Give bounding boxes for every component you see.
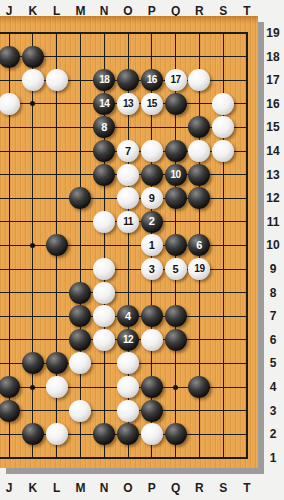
white-stone-N8[interactable] (93, 282, 115, 304)
go-diagram: JKLMNOPQRST 1816171413158710911216351941… (0, 0, 284, 500)
grid-line-col-M (80, 33, 81, 459)
row-label-3: 3 (262, 404, 284, 418)
white-stone-Q17-move-17[interactable]: 17 (165, 69, 187, 91)
move-number: 10 (171, 170, 181, 180)
grid-line-row-1 (0, 457, 248, 459)
white-stone-R9-move-19[interactable]: 19 (188, 258, 210, 280)
white-stone-K17[interactable] (22, 69, 44, 91)
black-stone-Q14[interactable] (165, 140, 187, 162)
col-label-S-bottom: S (213, 481, 233, 495)
black-stone-Q6[interactable] (165, 329, 187, 351)
white-stone-P9-move-3[interactable]: 3 (141, 258, 163, 280)
black-stone-N14[interactable] (93, 140, 115, 162)
white-stone-Q9-move-5[interactable]: 5 (165, 258, 187, 280)
white-stone-O11-move-11[interactable]: 11 (117, 211, 139, 233)
black-stone-N13[interactable] (93, 164, 115, 186)
row-label-15: 15 (262, 120, 284, 134)
white-stone-J16[interactable] (0, 93, 20, 115)
grid-line-row-10 (0, 245, 248, 246)
col-label-L-bottom: L (47, 481, 67, 495)
white-stone-P2[interactable] (141, 423, 163, 445)
black-stone-N16-move-14[interactable]: 14 (93, 93, 115, 115)
black-stone-P7[interactable] (141, 305, 163, 327)
grid-line-row-9 (0, 269, 248, 270)
row-label-14: 14 (262, 144, 284, 158)
black-stone-K5[interactable] (22, 352, 44, 374)
white-stone-P14[interactable] (141, 140, 163, 162)
move-number: 3 (149, 264, 155, 275)
move-number: 2 (149, 216, 155, 227)
star-point-K16 (30, 101, 35, 106)
white-stone-O16-move-13[interactable]: 13 (117, 93, 139, 115)
row-label-16: 16 (262, 97, 284, 111)
white-stone-L17[interactable] (46, 69, 68, 91)
white-stone-L2[interactable] (46, 423, 68, 445)
black-stone-K2[interactable] (22, 423, 44, 445)
white-stone-R17[interactable] (188, 69, 210, 91)
move-number: 17 (171, 75, 181, 85)
black-stone-Q13-move-10[interactable]: 10 (165, 164, 187, 186)
white-stone-S14[interactable] (212, 140, 234, 162)
black-stone-R10-move-6[interactable]: 6 (188, 234, 210, 256)
row-label-7: 7 (262, 309, 284, 323)
white-stone-P12-move-9[interactable]: 9 (141, 187, 163, 209)
row-label-11: 11 (262, 215, 284, 229)
move-number: 15 (147, 99, 157, 109)
black-stone-L10[interactable] (46, 234, 68, 256)
black-stone-N2[interactable] (93, 423, 115, 445)
white-stone-S16[interactable] (212, 93, 234, 115)
go-board[interactable]: 18161714131587109112163519412 (0, 16, 258, 468)
col-label-P-bottom: P (142, 481, 162, 495)
black-stone-J3[interactable] (0, 400, 20, 422)
move-number: 19 (194, 264, 204, 274)
move-number: 12 (123, 335, 133, 345)
black-stone-P11-move-2[interactable]: 2 (141, 211, 163, 233)
row-label-5: 5 (262, 356, 284, 370)
white-stone-O12[interactable] (117, 187, 139, 209)
move-number: 6 (196, 240, 202, 251)
white-stone-P10-move-1[interactable]: 1 (141, 234, 163, 256)
col-label-N-bottom: N (94, 481, 114, 495)
move-number: 16 (147, 75, 157, 85)
black-stone-R15[interactable] (188, 116, 210, 138)
black-stone-M6[interactable] (69, 329, 91, 351)
white-stone-S15[interactable] (212, 116, 234, 138)
black-stone-M8[interactable] (69, 282, 91, 304)
black-stone-N17-move-18[interactable]: 18 (93, 69, 115, 91)
black-stone-O17[interactable] (117, 69, 139, 91)
row-label-13: 13 (262, 168, 284, 182)
black-stone-Q2[interactable] (165, 423, 187, 445)
col-label-R-bottom: R (189, 481, 209, 495)
black-stone-Q16[interactable] (165, 93, 187, 115)
black-stone-P13[interactable] (141, 164, 163, 186)
black-stone-K18[interactable] (22, 46, 44, 68)
white-stone-O3[interactable] (117, 400, 139, 422)
black-stone-R13[interactable] (188, 164, 210, 186)
white-stone-N11[interactable] (93, 211, 115, 233)
grid-line-row-8 (0, 292, 248, 293)
row-label-12: 12 (262, 191, 284, 205)
move-number: 11 (123, 217, 133, 227)
white-stone-L4[interactable] (46, 376, 68, 398)
white-stone-N9[interactable] (93, 258, 115, 280)
move-number: 1 (149, 240, 155, 251)
col-label-Q-bottom: Q (166, 481, 186, 495)
row-label-6: 6 (262, 333, 284, 347)
row-label-1: 1 (262, 451, 284, 465)
grid-line-row-15 (0, 127, 248, 128)
col-label-J-bottom: J (0, 481, 19, 495)
white-stone-M5[interactable] (69, 352, 91, 374)
black-stone-P4[interactable] (141, 376, 163, 398)
black-stone-Q10[interactable] (165, 234, 187, 256)
black-stone-L5[interactable] (46, 352, 68, 374)
move-number: 8 (101, 122, 107, 133)
white-stone-P16-move-15[interactable]: 15 (141, 93, 163, 115)
row-label-19: 19 (262, 26, 284, 40)
black-stone-O7-move-4[interactable]: 4 (117, 305, 139, 327)
black-stone-M7[interactable] (69, 305, 91, 327)
black-stone-J18[interactable] (0, 46, 20, 68)
star-point-K4 (30, 385, 35, 390)
star-point-K10 (30, 243, 35, 248)
white-stone-R14[interactable] (188, 140, 210, 162)
black-stone-R4[interactable] (188, 376, 210, 398)
star-point-Q4 (173, 385, 178, 390)
black-stone-Q7[interactable] (165, 305, 187, 327)
black-stone-O6-move-12[interactable]: 12 (117, 329, 139, 351)
move-number: 14 (99, 99, 109, 109)
white-stone-P6[interactable] (141, 329, 163, 351)
white-stone-O5[interactable] (117, 352, 139, 374)
grid-line-col-T (246, 33, 248, 459)
white-stone-O14-move-7[interactable]: 7 (117, 140, 139, 162)
move-number: 9 (149, 193, 155, 204)
white-stone-N7[interactable] (93, 305, 115, 327)
row-label-17: 17 (262, 73, 284, 87)
black-stone-O2[interactable] (117, 423, 139, 445)
white-stone-O4[interactable] (117, 376, 139, 398)
black-stone-R12[interactable] (188, 187, 210, 209)
row-label-2: 2 (262, 427, 284, 441)
row-label-10: 10 (262, 238, 284, 252)
black-stone-J4[interactable] (0, 376, 20, 398)
move-number: 5 (173, 264, 179, 275)
move-number: 7 (125, 146, 131, 157)
row-label-8: 8 (262, 286, 284, 300)
move-number: 13 (123, 99, 133, 109)
white-stone-N6[interactable] (93, 329, 115, 351)
white-stone-M3[interactable] (69, 400, 91, 422)
black-stone-P3[interactable] (141, 400, 163, 422)
move-number: 4 (125, 311, 131, 322)
row-label-9: 9 (262, 262, 284, 276)
grid-line-row-19 (0, 32, 248, 34)
move-number: 18 (99, 75, 109, 85)
black-stone-P17-move-16[interactable]: 16 (141, 69, 163, 91)
black-stone-N15-move-8[interactable]: 8 (93, 116, 115, 138)
col-label-T-bottom: T (237, 481, 257, 495)
white-stone-O13[interactable] (117, 164, 139, 186)
col-label-M-bottom: M (70, 481, 90, 495)
black-stone-M12[interactable] (69, 187, 91, 209)
col-label-K-bottom: K (23, 481, 43, 495)
row-label-4: 4 (262, 380, 284, 394)
black-stone-Q12[interactable] (165, 187, 187, 209)
col-label-O-bottom: O (118, 481, 138, 495)
row-label-18: 18 (262, 50, 284, 64)
